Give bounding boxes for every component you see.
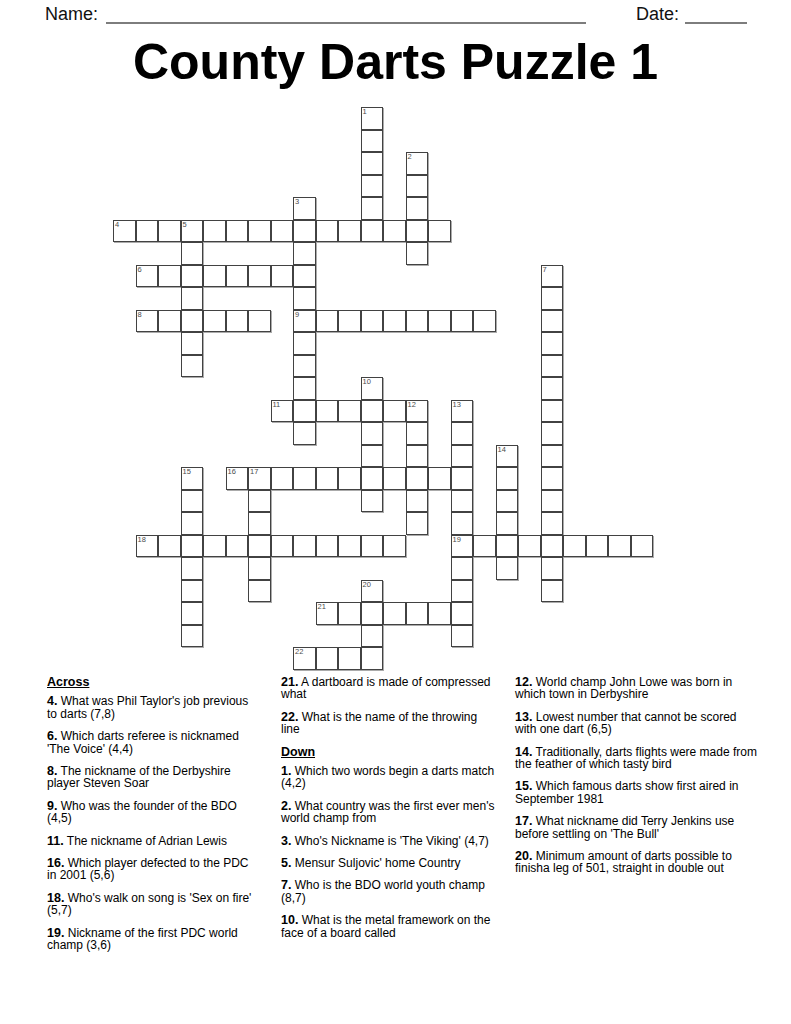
block-r11-c20 xyxy=(563,355,586,378)
name-label: Name: xyxy=(45,4,98,24)
cell-r11-c19[interactable] xyxy=(541,355,564,378)
cell-r8-c3[interactable] xyxy=(181,287,204,310)
cell-r24-c10[interactable] xyxy=(338,647,361,670)
block-r15-c16 xyxy=(473,445,496,468)
cell-r23-c11[interactable] xyxy=(361,625,384,648)
block-r22-c23 xyxy=(631,602,654,625)
block-r12-c5 xyxy=(226,377,249,400)
block-r20-c14 xyxy=(428,557,451,580)
block-r1-c9 xyxy=(316,130,339,153)
clue-column-1: Across4. What was Phil Taylor's job prev… xyxy=(47,676,259,962)
block-r1-c16 xyxy=(473,130,496,153)
cell-r19-c12[interactable] xyxy=(383,535,406,558)
block-r6-c15 xyxy=(451,242,474,265)
cell-r9-c10[interactable] xyxy=(338,310,361,333)
block-r16-c1 xyxy=(136,467,159,490)
cell-r20-c15[interactable] xyxy=(451,557,474,580)
block-r23-c13 xyxy=(406,625,429,648)
cell-r19-c18[interactable] xyxy=(518,535,541,558)
block-r18-c7 xyxy=(271,512,294,535)
block-r10-c9 xyxy=(316,332,339,355)
cell-r2-c13[interactable]: 2 xyxy=(406,152,429,175)
cell-r9-c13[interactable] xyxy=(406,310,429,333)
block-r8-c1 xyxy=(136,287,159,310)
cell-r3-c13[interactable] xyxy=(406,175,429,198)
block-r11-c1 xyxy=(136,355,159,378)
block-r20-c7 xyxy=(271,557,294,580)
cell-r5-c7[interactable] xyxy=(271,220,294,243)
cell-r22-c9[interactable]: 21 xyxy=(316,602,339,625)
block-r24-c5 xyxy=(226,647,249,670)
cell-r14-c19[interactable] xyxy=(541,422,564,445)
cell-r21-c3[interactable] xyxy=(181,580,204,603)
cell-r9-c12[interactable] xyxy=(383,310,406,333)
cell-r7-c6[interactable] xyxy=(248,265,271,288)
block-r10-c7 xyxy=(271,332,294,355)
block-r2-c14 xyxy=(428,152,451,175)
cell-r9-c15[interactable] xyxy=(451,310,474,333)
block-r17-c14 xyxy=(428,490,451,513)
block-r20-c23 xyxy=(631,557,654,580)
block-r12-c6 xyxy=(248,377,271,400)
cell-r17-c11[interactable] xyxy=(361,490,384,513)
block-r24-c17 xyxy=(496,647,519,670)
header-row: Name: Date: xyxy=(45,4,747,24)
cell-r12-c8[interactable] xyxy=(293,377,316,400)
cell-r16-c9[interactable] xyxy=(316,467,339,490)
cell-r20-c17[interactable] xyxy=(496,557,519,580)
block-r13-c18 xyxy=(518,400,541,423)
cell-r13-c13[interactable]: 12 xyxy=(406,400,429,423)
cell-r21-c19[interactable] xyxy=(541,580,564,603)
clue-number: 8. xyxy=(47,764,57,778)
clue-number: 3. xyxy=(281,834,291,848)
cell-number-15: 15 xyxy=(183,468,191,476)
block-r16-c23 xyxy=(631,467,654,490)
block-r14-c16 xyxy=(473,422,496,445)
block-r13-c0 xyxy=(113,400,136,423)
cell-r11-c3[interactable] xyxy=(181,355,204,378)
block-r1-c3 xyxy=(181,130,204,153)
block-r7-c13 xyxy=(406,265,429,288)
block-r11-c5 xyxy=(226,355,249,378)
cell-r5-c14[interactable] xyxy=(428,220,451,243)
cell-r5-c12[interactable] xyxy=(383,220,406,243)
cell-r13-c11[interactable] xyxy=(361,400,384,423)
cell-r20-c6[interactable] xyxy=(248,557,271,580)
cell-r2-c11[interactable] xyxy=(361,152,384,175)
cell-r5-c9[interactable] xyxy=(316,220,339,243)
cell-r16-c11[interactable] xyxy=(361,467,384,490)
cell-r22-c14[interactable] xyxy=(428,602,451,625)
cell-r17-c19[interactable] xyxy=(541,490,564,513)
cell-r15-c17[interactable]: 14 xyxy=(496,445,519,468)
cell-r22-c13[interactable] xyxy=(406,602,429,625)
cell-r15-c19[interactable] xyxy=(541,445,564,468)
block-r12-c0 xyxy=(113,377,136,400)
block-r9-c17 xyxy=(496,310,519,333)
cell-r13-c19[interactable] xyxy=(541,400,564,423)
cell-r21-c11[interactable]: 20 xyxy=(361,580,384,603)
cell-r16-c15[interactable] xyxy=(451,467,474,490)
block-r2-c16 xyxy=(473,152,496,175)
cell-r13-c8[interactable] xyxy=(293,400,316,423)
block-r9-c22 xyxy=(608,310,631,333)
cell-r19-c10[interactable] xyxy=(338,535,361,558)
cell-r7-c3[interactable] xyxy=(181,265,204,288)
block-r10-c4 xyxy=(203,332,226,355)
block-r3-c9 xyxy=(316,175,339,198)
cell-number-1: 1 xyxy=(363,108,367,116)
cell-r5-c3[interactable]: 5 xyxy=(181,220,204,243)
cell-r16-c14[interactable] xyxy=(428,467,451,490)
cell-number-8: 8 xyxy=(138,311,142,319)
block-r12-c7 xyxy=(271,377,294,400)
block-r21-c16 xyxy=(473,580,496,603)
cell-r4-c13[interactable] xyxy=(406,197,429,220)
cell-r19-c8[interactable] xyxy=(293,535,316,558)
cell-r14-c8[interactable] xyxy=(293,422,316,445)
block-r3-c1 xyxy=(136,175,159,198)
block-r6-c23 xyxy=(631,242,654,265)
cell-r7-c5[interactable] xyxy=(226,265,249,288)
block-r1-c21 xyxy=(586,130,609,153)
cell-r5-c8[interactable] xyxy=(293,220,316,243)
cell-number-19: 19 xyxy=(453,536,461,544)
block-r0-c1 xyxy=(136,107,159,130)
cell-r20-c19[interactable] xyxy=(541,557,564,580)
clue-number: 1. xyxy=(281,764,291,778)
cell-r22-c3[interactable] xyxy=(181,602,204,625)
block-r23-c17 xyxy=(496,625,519,648)
cell-r5-c0[interactable]: 4 xyxy=(113,220,136,243)
block-r16-c20 xyxy=(563,467,586,490)
cell-r0-c11[interactable]: 1 xyxy=(361,107,384,130)
block-r8-c13 xyxy=(406,287,429,310)
cell-r7-c4[interactable] xyxy=(203,265,226,288)
block-r7-c22 xyxy=(608,265,631,288)
cell-r9-c8[interactable]: 9 xyxy=(293,310,316,333)
cell-r22-c10[interactable] xyxy=(338,602,361,625)
cell-r5-c13[interactable] xyxy=(406,220,429,243)
cell-r15-c11[interactable] xyxy=(361,445,384,468)
cell-r12-c19[interactable] xyxy=(541,377,564,400)
cell-r5-c1[interactable] xyxy=(136,220,159,243)
puzzle-title: County Darts Puzzle 1 xyxy=(0,33,791,91)
block-r22-c22 xyxy=(608,602,631,625)
block-r2-c23 xyxy=(631,152,654,175)
cell-r22-c11[interactable] xyxy=(361,602,384,625)
cell-r9-c14[interactable] xyxy=(428,310,451,333)
cell-r13-c15[interactable]: 13 xyxy=(451,400,474,423)
cell-r8-c8[interactable] xyxy=(293,287,316,310)
block-r24-c24 xyxy=(653,647,676,670)
cell-r19-c22[interactable] xyxy=(608,535,631,558)
cell-r9-c5[interactable] xyxy=(226,310,249,333)
cell-r16-c8[interactable] xyxy=(293,467,316,490)
cell-r24-c9[interactable] xyxy=(316,647,339,670)
cell-r16-c3[interactable]: 15 xyxy=(181,467,204,490)
cell-r19-c16[interactable] xyxy=(473,535,496,558)
cell-r9-c6[interactable] xyxy=(248,310,271,333)
cell-r8-c19[interactable] xyxy=(541,287,564,310)
cell-r5-c2[interactable] xyxy=(158,220,181,243)
clue-number: 6. xyxy=(47,729,57,743)
block-r1-c8 xyxy=(293,130,316,153)
block-r23-c9 xyxy=(316,625,339,648)
cell-r16-c6[interactable]: 17 xyxy=(248,467,271,490)
clue-number: 13. xyxy=(515,710,532,724)
block-r2-c3 xyxy=(181,152,204,175)
block-r21-c24 xyxy=(653,580,676,603)
cell-r19-c5[interactable] xyxy=(226,535,249,558)
cell-r19-c6[interactable] xyxy=(248,535,271,558)
cell-r19-c7[interactable] xyxy=(271,535,294,558)
block-r9-c21 xyxy=(586,310,609,333)
block-r18-c12 xyxy=(383,512,406,535)
block-r21-c4 xyxy=(203,580,226,603)
block-r12-c24 xyxy=(653,377,676,400)
block-r1-c15 xyxy=(451,130,474,153)
cell-r24-c8[interactable]: 22 xyxy=(293,647,316,670)
cell-number-4: 4 xyxy=(115,221,119,229)
block-r15-c3 xyxy=(181,445,204,468)
cell-r18-c19[interactable] xyxy=(541,512,564,535)
cell-r9-c3[interactable] xyxy=(181,310,204,333)
cell-r24-c11[interactable] xyxy=(361,647,384,670)
cell-r16-c13[interactable] xyxy=(406,467,429,490)
cell-r18-c13[interactable] xyxy=(406,512,429,535)
cell-r6-c8[interactable] xyxy=(293,242,316,265)
cell-r18-c17[interactable] xyxy=(496,512,519,535)
block-r11-c14 xyxy=(428,355,451,378)
cell-r5-c11[interactable] xyxy=(361,220,384,243)
cell-r16-c19[interactable] xyxy=(541,467,564,490)
cell-r9-c11[interactable] xyxy=(361,310,384,333)
block-r11-c17 xyxy=(496,355,519,378)
block-r1-c6 xyxy=(248,130,271,153)
block-r3-c16 xyxy=(473,175,496,198)
block-r0-c21 xyxy=(586,107,609,130)
cell-r10-c8[interactable] xyxy=(293,332,316,355)
block-r4-c12 xyxy=(383,197,406,220)
block-r17-c4 xyxy=(203,490,226,513)
cell-r14-c11[interactable] xyxy=(361,422,384,445)
cell-r18-c3[interactable] xyxy=(181,512,204,535)
block-r13-c6 xyxy=(248,400,271,423)
cell-r19-c15[interactable]: 19 xyxy=(451,535,474,558)
block-r20-c12 xyxy=(383,557,406,580)
block-r15-c4 xyxy=(203,445,226,468)
cell-r4-c11[interactable] xyxy=(361,197,384,220)
cell-number-5: 5 xyxy=(183,221,187,229)
block-r20-c20 xyxy=(563,557,586,580)
cell-r16-c5[interactable]: 16 xyxy=(226,467,249,490)
block-r19-c13 xyxy=(406,535,429,558)
cell-r10-c19[interactable] xyxy=(541,332,564,355)
cell-r13-c12[interactable] xyxy=(383,400,406,423)
block-r18-c16 xyxy=(473,512,496,535)
cell-r19-c4[interactable] xyxy=(203,535,226,558)
cell-r4-c8[interactable]: 3 xyxy=(293,197,316,220)
cell-r10-c3[interactable] xyxy=(181,332,204,355)
cell-r19-c1[interactable]: 18 xyxy=(136,535,159,558)
block-r21-c23 xyxy=(631,580,654,603)
block-r11-c21 xyxy=(586,355,609,378)
block-r24-c21 xyxy=(586,647,609,670)
block-r22-c21 xyxy=(586,602,609,625)
block-r22-c20 xyxy=(563,602,586,625)
cell-r19-c3[interactable] xyxy=(181,535,204,558)
cell-r9-c9[interactable] xyxy=(316,310,339,333)
cell-r1-c11[interactable] xyxy=(361,130,384,153)
block-r4-c5 xyxy=(226,197,249,220)
block-r15-c12 xyxy=(383,445,406,468)
block-r1-c17 xyxy=(496,130,519,153)
cell-r18-c6[interactable] xyxy=(248,512,271,535)
cell-r7-c2[interactable] xyxy=(158,265,181,288)
cell-r17-c13[interactable] xyxy=(406,490,429,513)
cell-r9-c1[interactable]: 8 xyxy=(136,310,159,333)
cell-r5-c10[interactable] xyxy=(338,220,361,243)
cell-r17-c15[interactable] xyxy=(451,490,474,513)
cell-r21-c6[interactable] xyxy=(248,580,271,603)
block-r15-c1 xyxy=(136,445,159,468)
cell-r13-c9[interactable] xyxy=(316,400,339,423)
cell-r5-c6[interactable] xyxy=(248,220,271,243)
block-r8-c18 xyxy=(518,287,541,310)
cell-r9-c2[interactable] xyxy=(158,310,181,333)
block-r0-c16 xyxy=(473,107,496,130)
block-r2-c7 xyxy=(271,152,294,175)
crossword-grid: 12345678910111213141516171819202122 xyxy=(113,107,676,670)
clue-number: 12. xyxy=(515,675,532,689)
cell-r22-c15[interactable] xyxy=(451,602,474,625)
block-r12-c1 xyxy=(136,377,159,400)
cell-r9-c16[interactable] xyxy=(473,310,496,333)
cell-r19-c19[interactable] xyxy=(541,535,564,558)
cell-r15-c15[interactable] xyxy=(451,445,474,468)
block-r7-c23 xyxy=(631,265,654,288)
cell-r23-c15[interactable] xyxy=(451,625,474,648)
block-r17-c12 xyxy=(383,490,406,513)
cell-r16-c12[interactable] xyxy=(383,467,406,490)
cell-r22-c12[interactable] xyxy=(383,602,406,625)
clue-2-down: 2. What country was the first ever men's… xyxy=(281,800,499,825)
block-r22-c17 xyxy=(496,602,519,625)
cell-number-10: 10 xyxy=(363,378,371,386)
cell-r19-c11[interactable] xyxy=(361,535,384,558)
block-r11-c15 xyxy=(451,355,474,378)
block-r21-c17 xyxy=(496,580,519,603)
cell-r7-c1[interactable]: 6 xyxy=(136,265,159,288)
block-r15-c0 xyxy=(113,445,136,468)
block-r0-c3 xyxy=(181,107,204,130)
block-r18-c14 xyxy=(428,512,451,535)
cell-r6-c3[interactable] xyxy=(181,242,204,265)
cell-r13-c7[interactable]: 11 xyxy=(271,400,294,423)
block-r11-c11 xyxy=(361,355,384,378)
clue-number: 11. xyxy=(47,834,64,848)
cell-r17-c3[interactable] xyxy=(181,490,204,513)
cell-r21-c15[interactable] xyxy=(451,580,474,603)
cell-r19-c23[interactable] xyxy=(631,535,654,558)
block-r4-c19 xyxy=(541,197,564,220)
cell-r7-c8[interactable] xyxy=(293,265,316,288)
cell-r11-c8[interactable] xyxy=(293,355,316,378)
name-blank-line xyxy=(106,6,586,24)
block-r2-c0 xyxy=(113,152,136,175)
cell-r18-c15[interactable] xyxy=(451,512,474,535)
clue-5-down: 5. Mensur Suljovic' home Country xyxy=(281,857,499,869)
cell-r17-c17[interactable] xyxy=(496,490,519,513)
block-r11-c13 xyxy=(406,355,429,378)
cell-r7-c7[interactable] xyxy=(271,265,294,288)
cell-r14-c15[interactable] xyxy=(451,422,474,445)
cell-r13-c10[interactable] xyxy=(338,400,361,423)
clue-16-across: 16. Which player defected to the PDC in … xyxy=(47,857,259,882)
block-r23-c19 xyxy=(541,625,564,648)
block-r17-c7 xyxy=(271,490,294,513)
cell-r6-c13[interactable] xyxy=(406,242,429,265)
cell-r5-c5[interactable] xyxy=(226,220,249,243)
cell-r19-c2[interactable] xyxy=(158,535,181,558)
cell-r16-c7[interactable] xyxy=(271,467,294,490)
clue-9-across: 9. Who was the founder of the BDO (4,5) xyxy=(47,800,259,825)
clue-number: 22. xyxy=(281,710,298,724)
clue-20-down: 20. Minimum amount of darts possible to … xyxy=(515,850,761,875)
block-r20-c4 xyxy=(203,557,226,580)
cell-r7-c19[interactable]: 7 xyxy=(541,265,564,288)
block-r10-c2 xyxy=(158,332,181,355)
block-r24-c20 xyxy=(563,647,586,670)
cell-r5-c4[interactable] xyxy=(203,220,226,243)
block-r17-c0 xyxy=(113,490,136,513)
cell-r14-c13[interactable] xyxy=(406,422,429,445)
block-r9-c7 xyxy=(271,310,294,333)
cell-r16-c17[interactable] xyxy=(496,467,519,490)
cell-number-17: 17 xyxy=(250,468,258,476)
block-r6-c10 xyxy=(338,242,361,265)
cell-r15-c13[interactable] xyxy=(406,445,429,468)
block-r23-c20 xyxy=(563,625,586,648)
block-r3-c23 xyxy=(631,175,654,198)
clue-number: 9. xyxy=(47,799,57,813)
cell-r19-c20[interactable] xyxy=(563,535,586,558)
cell-r19-c9[interactable] xyxy=(316,535,339,558)
block-r6-c6 xyxy=(248,242,271,265)
cell-r19-c21[interactable] xyxy=(586,535,609,558)
block-r2-c9 xyxy=(316,152,339,175)
block-r17-c8 xyxy=(293,490,316,513)
cell-r16-c10[interactable] xyxy=(338,467,361,490)
block-r18-c10 xyxy=(338,512,361,535)
block-r24-c14 xyxy=(428,647,451,670)
cell-r3-c11[interactable] xyxy=(361,175,384,198)
cell-r19-c17[interactable] xyxy=(496,535,519,558)
cell-r17-c6[interactable] xyxy=(248,490,271,513)
cell-r9-c19[interactable] xyxy=(541,310,564,333)
block-r1-c14 xyxy=(428,130,451,153)
cell-r9-c4[interactable] xyxy=(203,310,226,333)
block-r1-c19 xyxy=(541,130,564,153)
cell-r23-c3[interactable] xyxy=(181,625,204,648)
cell-r20-c3[interactable] xyxy=(181,557,204,580)
block-r10-c18 xyxy=(518,332,541,355)
block-r15-c6 xyxy=(248,445,271,468)
cell-r12-c11[interactable]: 10 xyxy=(361,377,384,400)
block-r2-c12 xyxy=(383,152,406,175)
